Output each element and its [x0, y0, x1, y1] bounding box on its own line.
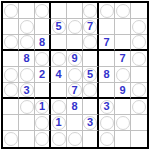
sudoku-cell-r8c4[interactable]: 1 [51, 115, 67, 131]
circle-marker-icon [4, 68, 18, 82]
circle-marker-icon [132, 20, 146, 34]
sudoku-cell-r5c8[interactable] [115, 67, 131, 83]
given-digit: 8 [71, 101, 77, 112]
given-digit: 5 [55, 21, 61, 32]
circle-marker-icon [116, 4, 130, 18]
sudoku-cell-r5c6[interactable]: 5 [83, 67, 99, 83]
sudoku-cell-r4c5[interactable]: 9 [67, 51, 83, 67]
given-digit: 7 [71, 85, 77, 96]
circle-marker-icon [4, 35, 18, 49]
sudoku-cell-r7c2[interactable] [19, 99, 35, 115]
given-digit: 7 [103, 37, 109, 48]
sudoku-cell-r3c4[interactable] [51, 35, 67, 51]
given-digit: 3 [23, 85, 29, 96]
sudoku-cell-r3c5[interactable] [67, 35, 83, 51]
sudoku-cell-r9c2[interactable] [19, 131, 35, 147]
sudoku-cell-r5c7[interactable]: 8 [99, 67, 115, 83]
given-digit: 9 [71, 53, 77, 64]
sudoku-cell-r6c8[interactable]: 9 [115, 83, 131, 99]
circle-marker-icon [132, 83, 146, 97]
circle-marker-icon [4, 83, 18, 97]
sudoku-cell-r7c3[interactable]: 1 [35, 99, 51, 115]
given-digit: 8 [103, 69, 109, 80]
sudoku-cell-r3c2[interactable] [19, 35, 35, 51]
sudoku-cell-r7c6[interactable] [83, 99, 99, 115]
given-digit: 1 [39, 101, 45, 112]
sudoku-cell-r8c7[interactable] [99, 115, 115, 131]
sudoku-cell-r4c7[interactable] [99, 51, 115, 67]
circle-marker-icon [52, 100, 66, 114]
sudoku-cell-r2c5[interactable] [67, 19, 83, 35]
sudoku-cell-r1c3[interactable] [35, 3, 51, 19]
sudoku-cell-r1c4[interactable] [51, 3, 67, 19]
sudoku-cell-r6c1[interactable] [3, 83, 19, 99]
sudoku-cell-r9c3[interactable] [35, 131, 51, 147]
sudoku-cell-r5c4[interactable]: 4 [51, 67, 67, 83]
sudoku-cell-r4c3[interactable] [35, 51, 51, 67]
sudoku-cell-r6c5[interactable]: 7 [67, 83, 83, 99]
circle-marker-icon [132, 100, 146, 114]
sudoku-cell-r4c4[interactable] [51, 51, 67, 67]
sudoku-cell-r1c8[interactable] [115, 3, 131, 19]
sudoku-cell-r5c9[interactable] [131, 67, 147, 83]
sudoku-cell-r9c9[interactable] [131, 131, 147, 147]
circle-marker-icon [35, 116, 49, 130]
sudoku-cell-r6c3[interactable] [35, 83, 51, 99]
given-digit: 2 [39, 69, 45, 80]
sudoku-cell-r1c2[interactable] [19, 3, 35, 19]
sudoku-cell-r4c2[interactable]: 8 [19, 51, 35, 67]
sudoku-cell-r8c8[interactable] [115, 115, 131, 131]
sudoku-cell-r8c3[interactable] [35, 115, 51, 131]
circle-marker-icon [35, 132, 49, 146]
circle-marker-icon [35, 4, 49, 18]
circle-marker-icon [20, 100, 34, 114]
sudoku-cell-r7c7[interactable]: 3 [99, 99, 115, 115]
sudoku-cell-r1c7[interactable] [99, 3, 115, 19]
sudoku-cell-r3c6[interactable] [83, 35, 99, 51]
sudoku-cell-r6c6[interactable] [83, 83, 99, 99]
sudoku-cell-r6c4[interactable] [51, 83, 67, 99]
sudoku-cell-r6c2[interactable]: 3 [19, 83, 35, 99]
sudoku-cell-r5c5[interactable] [67, 67, 83, 83]
sudoku-cell-r9c4[interactable] [51, 131, 67, 147]
sudoku-cell-r2c6[interactable]: 7 [83, 19, 99, 35]
sudoku-cell-r1c1[interactable] [3, 3, 19, 19]
sudoku-cell-r9c6[interactable] [83, 131, 99, 147]
sudoku-cell-r2c8[interactable] [115, 19, 131, 35]
sudoku-cell-r3c8[interactable] [115, 35, 131, 51]
sudoku-cell-r9c5[interactable] [67, 131, 83, 147]
circle-marker-icon [83, 4, 97, 18]
sudoku-cell-r8c9[interactable] [131, 115, 147, 131]
sudoku-cell-r4c1[interactable] [3, 51, 19, 67]
sudoku-cell-r7c4[interactable] [51, 99, 67, 115]
sudoku-cell-r2c2[interactable] [19, 19, 35, 35]
circle-marker-icon [68, 68, 82, 82]
sudoku-cell-r1c6[interactable] [83, 3, 99, 19]
circle-marker-icon [83, 83, 97, 97]
circle-marker-icon [35, 52, 49, 66]
given-digit: 3 [87, 117, 93, 128]
circle-marker-icon [68, 132, 82, 146]
circle-marker-icon [132, 52, 146, 66]
sudoku-cell-r2c4[interactable]: 5 [51, 19, 67, 35]
circle-marker-icon [100, 4, 114, 18]
sudoku-cell-r3c9[interactable] [131, 35, 147, 51]
sudoku-cell-r9c7[interactable] [99, 131, 115, 147]
sudoku-cell-r9c1[interactable] [3, 131, 19, 147]
given-digit: 9 [119, 85, 125, 96]
circle-marker-icon [4, 4, 18, 18]
sudoku-cell-r2c9[interactable] [131, 19, 147, 35]
sudoku-cell-r6c9[interactable] [131, 83, 147, 99]
circle-marker-icon [116, 68, 130, 82]
sudoku-cell-r5c2[interactable] [19, 67, 35, 83]
circle-marker-icon [52, 52, 66, 66]
circle-marker-icon [20, 68, 34, 82]
circle-marker-icon [4, 132, 18, 146]
sudoku-cell-r8c2[interactable] [19, 115, 35, 131]
circle-marker-icon [100, 132, 114, 146]
given-digit: 4 [55, 69, 61, 80]
circle-marker-icon [132, 35, 146, 49]
sudoku-cell-r7c1[interactable] [3, 99, 19, 115]
sudoku-cell-r4c9[interactable] [131, 51, 147, 67]
sudoku-cell-r8c6[interactable]: 3 [83, 115, 99, 131]
circle-marker-icon [116, 116, 130, 130]
sudoku-cell-r4c6[interactable] [83, 51, 99, 67]
circle-marker-icon [52, 132, 66, 146]
sudoku-board: 5787897245837918313 [1, 1, 149, 149]
circle-marker-icon [20, 20, 34, 34]
sudoku-cell-r5c1[interactable] [3, 67, 19, 83]
given-digit: 7 [87, 21, 93, 32]
sudoku-cell-r7c9[interactable] [131, 99, 147, 115]
sudoku-cell-r4c8[interactable]: 7 [115, 51, 131, 67]
sudoku-cell-r1c5[interactable] [67, 3, 83, 19]
given-digit: 1 [55, 117, 61, 128]
circle-marker-icon [20, 35, 34, 49]
sudoku-cell-r3c1[interactable] [3, 35, 19, 51]
sudoku-cell-r3c7[interactable]: 7 [99, 35, 115, 51]
given-digit: 8 [23, 53, 29, 64]
sudoku-cell-r7c5[interactable]: 8 [67, 99, 83, 115]
sudoku-cell-r8c5[interactable] [67, 115, 83, 131]
sudoku-cell-r7c8[interactable] [115, 99, 131, 115]
sudoku-cell-r2c7[interactable] [99, 19, 115, 35]
sudoku-cell-r2c3[interactable] [35, 19, 51, 35]
circle-marker-icon [100, 116, 114, 130]
given-digit: 3 [103, 101, 109, 112]
sudoku-cell-r8c1[interactable] [3, 115, 19, 131]
sudoku-cell-r6c7[interactable] [99, 83, 115, 99]
sudoku-cell-r5c3[interactable]: 2 [35, 67, 51, 83]
sudoku-cell-r3c3[interactable]: 8 [35, 35, 51, 51]
sudoku-cell-r1c9[interactable] [131, 3, 147, 19]
sudoku-cell-r9c8[interactable] [115, 131, 131, 147]
given-digit: 5 [87, 69, 93, 80]
circle-marker-icon [68, 20, 82, 34]
circle-marker-icon [83, 35, 97, 49]
given-digit: 7 [119, 53, 125, 64]
given-digit: 8 [39, 37, 45, 48]
sudoku-cell-r2c1[interactable] [3, 19, 19, 35]
